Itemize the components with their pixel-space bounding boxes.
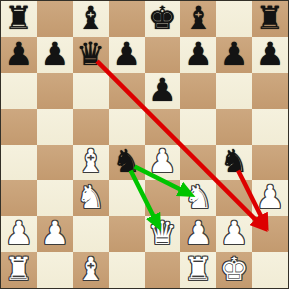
square-a1[interactable]: ♜ <box>1 252 37 288</box>
black-pawn-f7[interactable]: ♟ <box>184 38 213 70</box>
square-f2[interactable]: ♟ <box>180 216 216 252</box>
square-d6[interactable] <box>109 73 145 109</box>
white-pawn-h3[interactable]: ♟ <box>256 181 285 213</box>
square-d8[interactable] <box>109 1 145 37</box>
square-c5[interactable] <box>73 109 109 145</box>
square-c3[interactable]: ♞ <box>73 180 109 216</box>
square-c2[interactable] <box>73 216 109 252</box>
black-knight-g4[interactable]: ♞ <box>220 145 249 177</box>
square-f6[interactable] <box>180 73 216 109</box>
square-g1[interactable]: ♚ <box>216 252 252 288</box>
white-pawn-e4[interactable]: ♟ <box>148 145 177 177</box>
square-f1[interactable]: ♜ <box>180 252 216 288</box>
square-a2[interactable]: ♟ <box>1 216 37 252</box>
white-pawn-f2[interactable]: ♟ <box>184 217 213 249</box>
white-rook-a1[interactable]: ♜ <box>5 253 34 285</box>
square-d1[interactable] <box>109 252 145 288</box>
black-king-e8[interactable]: ♚ <box>148 2 177 34</box>
square-g6[interactable] <box>216 73 252 109</box>
square-e3[interactable] <box>145 180 181 216</box>
square-e4[interactable]: ♟ <box>145 145 181 181</box>
square-f4[interactable] <box>180 145 216 181</box>
square-d4[interactable]: ♞ <box>109 145 145 181</box>
square-b5[interactable] <box>37 109 73 145</box>
white-rook-f1[interactable]: ♜ <box>184 253 213 285</box>
square-c6[interactable] <box>73 73 109 109</box>
square-a5[interactable] <box>1 109 37 145</box>
square-g5[interactable] <box>216 109 252 145</box>
square-a8[interactable]: ♜ <box>1 1 37 37</box>
square-c1[interactable]: ♝ <box>73 252 109 288</box>
white-bishop-c4[interactable]: ♝ <box>76 145 105 177</box>
square-d7[interactable]: ♟ <box>109 37 145 73</box>
white-pawn-a2[interactable]: ♟ <box>5 217 34 249</box>
chess-board: ♜♝♚♝♜♟♟♛♟♟♟♟♟♝♞♟♞♞♞♟♟♟♛♟♟♜♝♜♚ <box>0 0 289 289</box>
black-knight-d4[interactable]: ♞ <box>112 145 141 177</box>
square-g7[interactable]: ♟ <box>216 37 252 73</box>
square-a4[interactable] <box>1 145 37 181</box>
square-c4[interactable]: ♝ <box>73 145 109 181</box>
square-h8[interactable]: ♜ <box>252 1 288 37</box>
white-knight-f3[interactable]: ♞ <box>184 181 213 213</box>
square-a6[interactable] <box>1 73 37 109</box>
black-pawn-d7[interactable]: ♟ <box>112 38 141 70</box>
black-pawn-h7[interactable]: ♟ <box>256 38 285 70</box>
black-pawn-b7[interactable]: ♟ <box>40 38 69 70</box>
square-a3[interactable] <box>1 180 37 216</box>
square-g3[interactable] <box>216 180 252 216</box>
square-d2[interactable] <box>109 216 145 252</box>
square-b4[interactable] <box>37 145 73 181</box>
square-f3[interactable]: ♞ <box>180 180 216 216</box>
black-pawn-e6[interactable]: ♟ <box>148 74 177 106</box>
square-h5[interactable] <box>252 109 288 145</box>
square-e7[interactable] <box>145 37 181 73</box>
black-rook-a8[interactable]: ♜ <box>5 2 34 34</box>
square-d5[interactable] <box>109 109 145 145</box>
black-bishop-f8[interactable]: ♝ <box>184 2 213 34</box>
square-e1[interactable] <box>145 252 181 288</box>
black-bishop-c8[interactable]: ♝ <box>76 2 105 34</box>
square-e2[interactable]: ♛ <box>145 216 181 252</box>
black-pawn-g7[interactable]: ♟ <box>220 38 249 70</box>
square-h3[interactable]: ♟ <box>252 180 288 216</box>
square-b3[interactable] <box>37 180 73 216</box>
board-squares: ♜♝♚♝♜♟♟♛♟♟♟♟♟♝♞♟♞♞♞♟♟♟♛♟♟♜♝♜♚ <box>1 1 288 288</box>
square-b8[interactable] <box>37 1 73 37</box>
black-queen-c7[interactable]: ♛ <box>76 38 105 70</box>
white-knight-c3[interactable]: ♞ <box>76 181 105 213</box>
square-b6[interactable] <box>37 73 73 109</box>
square-f8[interactable]: ♝ <box>180 1 216 37</box>
square-h1[interactable] <box>252 252 288 288</box>
white-king-g1[interactable]: ♚ <box>220 253 249 285</box>
square-c7[interactable]: ♛ <box>73 37 109 73</box>
square-b2[interactable]: ♟ <box>37 216 73 252</box>
square-e6[interactable]: ♟ <box>145 73 181 109</box>
white-pawn-g2[interactable]: ♟ <box>220 217 249 249</box>
square-f7[interactable]: ♟ <box>180 37 216 73</box>
square-g2[interactable]: ♟ <box>216 216 252 252</box>
square-b7[interactable]: ♟ <box>37 37 73 73</box>
square-e8[interactable]: ♚ <box>145 1 181 37</box>
black-pawn-a7[interactable]: ♟ <box>5 38 34 70</box>
square-e5[interactable] <box>145 109 181 145</box>
white-pawn-b2[interactable]: ♟ <box>40 217 69 249</box>
white-queen-e2[interactable]: ♛ <box>148 217 177 249</box>
square-f5[interactable] <box>180 109 216 145</box>
square-g4[interactable]: ♞ <box>216 145 252 181</box>
square-g8[interactable] <box>216 1 252 37</box>
square-a7[interactable]: ♟ <box>1 37 37 73</box>
black-rook-h8[interactable]: ♜ <box>256 2 285 34</box>
square-h7[interactable]: ♟ <box>252 37 288 73</box>
white-bishop-c1[interactable]: ♝ <box>76 253 105 285</box>
square-h6[interactable] <box>252 73 288 109</box>
square-h2[interactable] <box>252 216 288 252</box>
square-c8[interactable]: ♝ <box>73 1 109 37</box>
square-h4[interactable] <box>252 145 288 181</box>
square-b1[interactable] <box>37 252 73 288</box>
square-d3[interactable] <box>109 180 145 216</box>
